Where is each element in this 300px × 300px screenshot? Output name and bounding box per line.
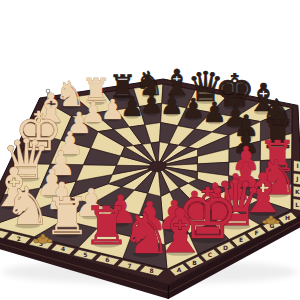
coordinate-label-br-A: A [177,266,182,273]
coordinate-label-bl-4: 4 [61,245,65,252]
product-photo-scene: 12345678ABCDEFGHIJKL♞♝♜♛♜♞♚♝♟♟♟♟♟♟♟♝♞♟♟♟… [0,0,300,300]
three-player-chess-board: 12345678ABCDEFGHIJKL♞♝♜♛♜♞♚♝♟♟♟♟♟♟♟♝♞♟♟♟… [0,0,300,300]
coordinate-label-bl-6: 6 [105,256,109,263]
red-knight[interactable]: ♞ [121,201,172,266]
coordinate-label-bl-8: 8 [150,267,154,274]
